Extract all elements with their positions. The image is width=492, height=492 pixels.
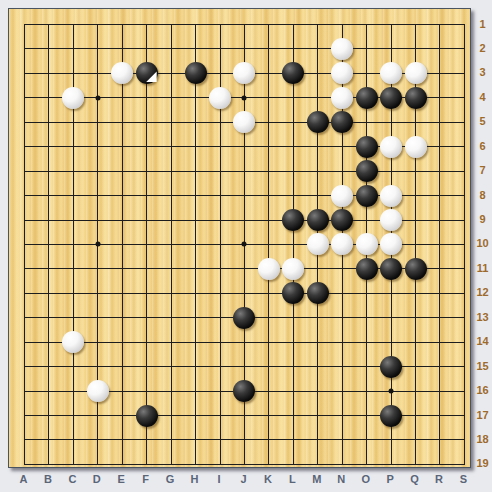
white-stone-N3 [331,62,353,84]
column-label-F: F [142,473,149,485]
white-stone-P10 [380,233,402,255]
white-stone-C4 [62,87,84,109]
black-stone-M5 [307,111,329,133]
black-stone-M12 [307,282,329,304]
white-stone-C14 [62,331,84,353]
white-stone-P8 [380,185,402,207]
star-point-D10 [95,242,100,247]
column-label-B: B [44,473,52,485]
column-label-A: A [20,473,28,485]
column-label-Q: Q [410,473,419,485]
black-stone-P4 [380,87,402,109]
go-board[interactable] [8,8,471,468]
row-label-8: 8 [479,189,485,201]
white-stone-J5 [233,111,255,133]
white-stone-L11 [282,258,304,280]
white-stone-N4 [331,87,353,109]
black-stone-P15 [380,356,402,378]
white-stone-P3 [380,62,402,84]
row-label-17: 17 [476,409,488,421]
column-label-I: I [217,473,220,485]
black-stone-Q11 [405,258,427,280]
white-stone-Q6 [405,136,427,158]
column-label-E: E [118,473,125,485]
white-stone-E3 [111,62,133,84]
white-stone-J3 [233,62,255,84]
black-stone-N5 [331,111,353,133]
black-stone-N9 [331,209,353,231]
row-labels: 12345678910111213141516171819 [473,0,492,492]
row-label-1: 1 [479,18,485,30]
column-label-O: O [361,473,370,485]
star-point-P16 [389,389,394,394]
last-move-marker [146,71,157,82]
row-label-13: 13 [476,311,488,323]
black-stone-P17 [380,405,402,427]
row-label-3: 3 [479,66,485,78]
row-label-9: 9 [479,213,485,225]
column-label-L: L [289,473,296,485]
row-label-15: 15 [476,360,488,372]
row-label-11: 11 [477,262,489,274]
black-stone-O7 [356,160,378,182]
white-stone-N2 [331,38,353,60]
column-label-J: J [240,473,246,485]
column-label-P: P [386,473,393,485]
column-label-D: D [93,473,101,485]
black-stone-L9 [282,209,304,231]
white-stone-P9 [380,209,402,231]
row-label-14: 14 [476,335,488,347]
white-stone-N8 [331,185,353,207]
row-label-2: 2 [479,42,485,54]
black-stone-O6 [356,136,378,158]
black-stone-L3 [282,62,304,84]
black-stone-F17 [136,405,158,427]
black-stone-L12 [282,282,304,304]
white-stone-K11 [258,258,280,280]
row-label-18: 18 [476,433,488,445]
black-stone-F3 [136,62,158,84]
column-label-H: H [191,473,199,485]
row-label-5: 5 [479,115,485,127]
star-point-D4 [95,95,100,100]
row-label-10: 10 [476,237,488,249]
column-label-N: N [337,473,345,485]
white-stone-N10 [331,233,353,255]
row-label-12: 12 [476,286,488,298]
black-stone-M9 [307,209,329,231]
row-label-7: 7 [479,164,485,176]
white-stone-I4 [209,87,231,109]
column-label-R: R [435,473,443,485]
row-label-4: 4 [479,91,485,103]
column-label-S: S [460,473,467,485]
white-stone-Q3 [405,62,427,84]
row-label-16: 16 [476,384,488,396]
row-label-6: 6 [479,140,485,152]
white-stone-O10 [356,233,378,255]
row-label-19: 19 [476,457,488,469]
column-label-C: C [68,473,76,485]
black-stone-O8 [356,185,378,207]
column-label-M: M [312,473,321,485]
star-point-J10 [242,242,247,247]
black-stone-H3 [185,62,207,84]
column-label-G: G [166,473,175,485]
black-stone-O11 [356,258,378,280]
black-stone-J16 [233,380,255,402]
column-labels: ABCDEFGHIJKLMNOPQRS [0,470,492,492]
star-point-J4 [242,95,247,100]
column-label-K: K [264,473,272,485]
white-stone-M10 [307,233,329,255]
black-stone-Q4 [405,87,427,109]
black-stone-P11 [380,258,402,280]
black-stone-O4 [356,87,378,109]
black-stone-J13 [233,307,255,329]
white-stone-P6 [380,136,402,158]
white-stone-D16 [87,380,109,402]
